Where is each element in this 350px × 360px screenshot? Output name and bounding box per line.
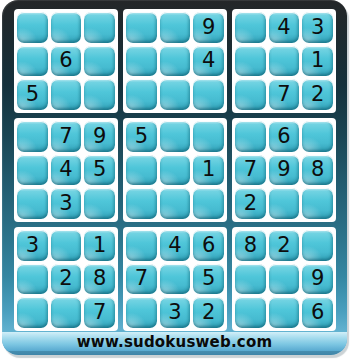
footer-band: www.sudokusweb.com [2,332,347,351]
sudoku-cell-r3c5[interactable] [160,79,191,110]
sudoku-cell-r4c6[interactable] [193,121,224,152]
sudoku-cell-r6c9[interactable] [302,188,333,219]
sudoku-cell-r2c9[interactable]: 1 [302,46,333,77]
sudoku-cell-r8c4[interactable]: 7 [126,264,157,295]
sudoku-cell-r3c7[interactable] [235,79,266,110]
sudoku-cell-r9c1[interactable] [17,297,48,328]
sudoku-cell-r5c2[interactable]: 4 [51,155,82,186]
sudoku-cell-r6c3[interactable] [84,188,115,219]
sudoku-cell-r4c8[interactable]: 6 [269,121,300,152]
sudoku-box-8: 467532 [123,227,227,331]
sudoku-cell-r5c5[interactable] [160,155,191,186]
sudoku-cell-r7c7[interactable]: 8 [235,230,266,261]
sudoku-cell-r6c6[interactable] [193,188,224,219]
sudoku-cell-r9c4[interactable] [126,297,157,328]
sudoku-cell-r2c3[interactable] [84,46,115,77]
sudoku-cell-r5c1[interactable] [17,155,48,186]
sudoku-cell-r6c4[interactable] [126,188,157,219]
sudoku-cell-r3c1[interactable]: 5 [17,79,48,110]
sudoku-cell-r8c3[interactable]: 8 [84,264,115,295]
sudoku-cell-r9c3[interactable]: 7 [84,297,115,328]
sudoku-box-3: 43172 [232,9,336,113]
sudoku-box-9: 8296 [232,227,336,331]
sudoku-cell-r2c4[interactable] [126,46,157,77]
sudoku-cell-r5c8[interactable]: 9 [269,155,300,186]
sudoku-cell-r5c9[interactable]: 8 [302,155,333,186]
sudoku-cell-r9c6[interactable]: 2 [193,297,224,328]
sudoku-cell-r7c6[interactable]: 6 [193,230,224,261]
sudoku-cell-r5c4[interactable] [126,155,157,186]
sudoku-cell-r1c3[interactable] [84,12,115,43]
sudoku-cell-r4c7[interactable] [235,121,266,152]
sudoku-cell-r8c1[interactable] [17,264,48,295]
sudoku-cell-r7c1[interactable]: 3 [17,230,48,261]
sudoku-cell-r2c7[interactable] [235,46,266,77]
sudoku-cell-r4c5[interactable] [160,121,191,152]
sudoku-cell-r4c2[interactable]: 7 [51,121,82,152]
website-url[interactable]: www.sudokusweb.com [77,333,272,351]
sudoku-cell-r7c2[interactable] [51,230,82,261]
sudoku-cell-r8c9[interactable]: 9 [302,264,333,295]
sudoku-box-6: 67982 [232,118,336,222]
sudoku-cell-r9c2[interactable] [51,297,82,328]
sudoku-cell-r6c8[interactable] [269,188,300,219]
sudoku-cell-r3c6[interactable] [193,79,224,110]
sudoku-box-5: 51 [123,118,227,222]
sudoku-cell-r8c8[interactable] [269,264,300,295]
sudoku-cell-r1c4[interactable] [126,12,157,43]
sudoku-cell-r1c9[interactable]: 3 [302,12,333,43]
sudoku-cell-r4c9[interactable] [302,121,333,152]
sudoku-cell-r6c7[interactable]: 2 [235,188,266,219]
sudoku-box-1: 65 [14,9,118,113]
sudoku-cell-r4c3[interactable]: 9 [84,121,115,152]
sudoku-cell-r7c8[interactable]: 2 [269,230,300,261]
sudoku-box-2: 94 [123,9,227,113]
sudoku-cell-r3c3[interactable] [84,79,115,110]
sudoku-cell-r6c2[interactable]: 3 [51,188,82,219]
sudoku-cell-r3c4[interactable] [126,79,157,110]
sudoku-cell-r1c5[interactable] [160,12,191,43]
sudoku-cell-r6c1[interactable] [17,188,48,219]
sudoku-cell-r5c7[interactable]: 7 [235,155,266,186]
sudoku-cell-r7c3[interactable]: 1 [84,230,115,261]
sudoku-cell-r3c9[interactable]: 2 [302,79,333,110]
sudoku-cell-r2c8[interactable] [269,46,300,77]
sudoku-box-7: 31287 [14,227,118,331]
sudoku-cell-r2c6[interactable]: 4 [193,46,224,77]
sudoku-cell-r1c7[interactable] [235,12,266,43]
sudoku-cell-r8c5[interactable] [160,264,191,295]
sudoku-plaque: 659443172794535167982312874675328296 www… [2,0,347,355]
sudoku-cell-r9c8[interactable] [269,297,300,328]
sudoku-cell-r4c4[interactable]: 5 [126,121,157,152]
sudoku-cell-r2c5[interactable] [160,46,191,77]
sudoku-cell-r7c5[interactable]: 4 [160,230,191,261]
sudoku-cell-r9c9[interactable]: 6 [302,297,333,328]
sudoku-cell-r3c8[interactable]: 7 [269,79,300,110]
sudoku-cell-r1c6[interactable]: 9 [193,12,224,43]
sudoku-cell-r3c2[interactable] [51,79,82,110]
sudoku-cell-r1c2[interactable] [51,12,82,43]
sudoku-cell-r5c6[interactable]: 1 [193,155,224,186]
sudoku-page: 659443172794535167982312874675328296 www… [0,0,350,360]
sudoku-cell-r8c6[interactable]: 5 [193,264,224,295]
sudoku-cell-r8c7[interactable] [235,264,266,295]
sudoku-cell-r9c5[interactable]: 3 [160,297,191,328]
sudoku-cell-r1c8[interactable]: 4 [269,12,300,43]
sudoku-cell-r9c7[interactable] [235,297,266,328]
sudoku-cell-r2c1[interactable] [17,46,48,77]
sudoku-cell-r8c2[interactable]: 2 [51,264,82,295]
sudoku-board-grid: 659443172794535167982312874675328296 [14,9,336,331]
sudoku-cell-r2c2[interactable]: 6 [51,46,82,77]
sudoku-cell-r7c9[interactable] [302,230,333,261]
sudoku-cell-r5c3[interactable]: 5 [84,155,115,186]
sudoku-box-4: 79453 [14,118,118,222]
sudoku-cell-r1c1[interactable] [17,12,48,43]
sudoku-cell-r7c4[interactable] [126,230,157,261]
sudoku-cell-r4c1[interactable] [17,121,48,152]
sudoku-cell-r6c5[interactable] [160,188,191,219]
